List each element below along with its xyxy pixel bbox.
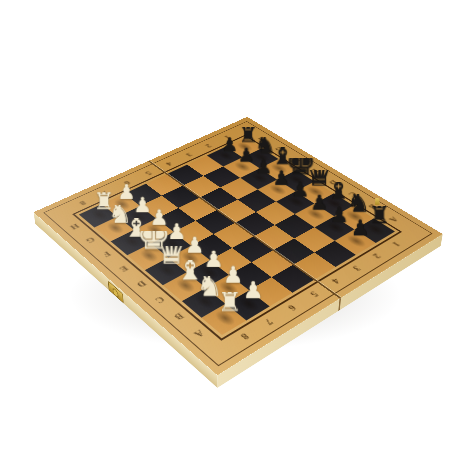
chess-board: ♜♞♝♛♚♝♞♜♟♟♟♟♟♟♟♟♟♟♟♟♟♟♟♟♜♞♝♛♚♝♞♜ AA88BB7… — [34, 117, 443, 375]
board-top-face: ♜♞♝♛♚♝♞♜♟♟♟♟♟♟♟♟♟♟♟♟♟♟♟♟♜♞♝♛♚♝♞♜ AA88BB7… — [34, 117, 443, 375]
perspective-wrapper: ♜♞♝♛♚♝♞♜♟♟♟♟♟♟♟♟♟♟♟♟♟♟♟♟♜♞♝♛♚♝♞♜ AA88BB7… — [0, 0, 450, 450]
fold-seam-side — [338, 298, 341, 311]
photo-stage: ♜♞♝♛♚♝♞♜♟♟♟♟♟♟♟♟♟♟♟♟♟♟♟♟♜♞♝♛♚♝♞♜ AA88BB7… — [0, 0, 450, 450]
